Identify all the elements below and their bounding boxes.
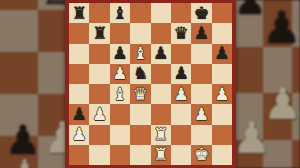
square-c1[interactable]	[110, 145, 130, 165]
square-f2[interactable]	[171, 125, 191, 145]
square-a8[interactable]: ♜	[69, 3, 89, 23]
square-d4[interactable]: ♛	[130, 84, 150, 104]
square-g5[interactable]	[191, 64, 211, 84]
square-d7[interactable]	[130, 23, 150, 43]
board-grid: ♜♝♚♜♛♟♟♝♟♟♟♞♟♝♛♟♟♟♟♟♟♜♜♚	[69, 3, 232, 165]
backdrop-left-shade	[0, 0, 65, 168]
piece-black-king[interactable]: ♚	[194, 4, 209, 21]
square-a5[interactable]	[69, 64, 89, 84]
square-b6[interactable]	[89, 44, 109, 64]
piece-white-pawn[interactable]: ♟	[72, 126, 87, 143]
square-d6[interactable]: ♝	[130, 44, 150, 64]
square-d5[interactable]: ♞	[130, 64, 150, 84]
square-b2[interactable]	[89, 125, 109, 145]
square-g1[interactable]: ♚	[191, 145, 211, 165]
piece-white-king[interactable]: ♚	[194, 146, 209, 163]
square-h4[interactable]: ♟	[212, 84, 232, 104]
square-a4[interactable]	[69, 84, 89, 104]
square-d1[interactable]	[130, 145, 150, 165]
square-d3[interactable]	[130, 104, 150, 124]
square-c6[interactable]: ♟	[110, 44, 130, 64]
piece-black-queen[interactable]: ♛	[173, 24, 188, 41]
square-a7[interactable]	[69, 23, 89, 43]
piece-black-knight[interactable]: ♞	[133, 65, 148, 82]
square-b8[interactable]	[89, 3, 109, 23]
piece-black-bishop[interactable]: ♝	[112, 4, 127, 21]
piece-black-pawn[interactable]: ♟	[194, 24, 209, 41]
piece-black-pawn[interactable]: ♟	[173, 65, 188, 82]
piece-black-pawn[interactable]: ♟	[112, 45, 127, 62]
backdrop-right-shade	[234, 0, 300, 168]
square-b5[interactable]	[89, 64, 109, 84]
piece-white-pawn[interactable]: ♟	[214, 85, 229, 102]
square-a2[interactable]: ♟	[69, 125, 89, 145]
square-c4[interactable]: ♝	[110, 84, 130, 104]
square-g6[interactable]	[191, 44, 211, 64]
square-f4[interactable]: ♟	[171, 84, 191, 104]
square-c5[interactable]: ♟	[110, 64, 130, 84]
piece-black-rook[interactable]: ♜	[72, 4, 87, 21]
square-a3[interactable]: ♟	[69, 104, 89, 124]
square-e3[interactable]	[151, 104, 171, 124]
piece-white-pawn[interactable]: ♟	[194, 105, 209, 122]
square-a6[interactable]	[69, 44, 89, 64]
square-c8[interactable]: ♝	[110, 3, 130, 23]
square-d8[interactable]	[130, 3, 150, 23]
square-h7[interactable]	[212, 23, 232, 43]
piece-black-rook[interactable]: ♜	[92, 24, 107, 41]
square-h1[interactable]	[212, 145, 232, 165]
square-h2[interactable]	[212, 125, 232, 145]
square-g2[interactable]	[191, 125, 211, 145]
square-b7[interactable]: ♜	[89, 23, 109, 43]
square-f8[interactable]	[171, 3, 191, 23]
square-e6[interactable]: ♟	[151, 44, 171, 64]
piece-black-pawn[interactable]: ♟	[214, 45, 229, 62]
square-h6[interactable]: ♟	[212, 44, 232, 64]
square-e4[interactable]	[151, 84, 171, 104]
square-f1[interactable]	[171, 145, 191, 165]
piece-white-rook[interactable]: ♜	[153, 146, 168, 163]
square-e1[interactable]: ♜	[151, 145, 171, 165]
square-f6[interactable]	[171, 44, 191, 64]
backdrop-right-panel: ♟♟♟♟	[234, 0, 300, 168]
square-b3[interactable]: ♟	[89, 104, 109, 124]
square-c2[interactable]	[110, 125, 130, 145]
square-b4[interactable]	[89, 84, 109, 104]
video-frame: ♜♟♟♟ ♟♟♟♟ ♜♝♚♜♛♟♟♝♟♟♟♞♟♝♛♟♟♟♟♟♟♜♜♚	[0, 0, 300, 168]
square-h8[interactable]	[212, 3, 232, 23]
square-g7[interactable]: ♟	[191, 23, 211, 43]
piece-white-rook[interactable]: ♜	[153, 126, 168, 143]
square-g4[interactable]	[191, 84, 211, 104]
square-e5[interactable]	[151, 64, 171, 84]
square-e7[interactable]	[151, 23, 171, 43]
square-f7[interactable]: ♛	[171, 23, 191, 43]
piece-white-pawn[interactable]: ♟	[92, 105, 107, 122]
piece-black-pawn[interactable]: ♟	[153, 45, 168, 62]
square-e8[interactable]	[151, 3, 171, 23]
backdrop-left-panel: ♜♟♟♟	[0, 0, 65, 168]
square-h3[interactable]	[212, 104, 232, 124]
square-h5[interactable]	[212, 64, 232, 84]
piece-white-bishop[interactable]: ♝	[133, 45, 148, 62]
square-c3[interactable]	[110, 104, 130, 124]
square-f3[interactable]	[171, 104, 191, 124]
square-c7[interactable]	[110, 23, 130, 43]
square-a1[interactable]	[69, 145, 89, 165]
square-f5[interactable]: ♟	[171, 64, 191, 84]
piece-white-pawn[interactable]: ♟	[173, 85, 188, 102]
square-d2[interactable]	[130, 125, 150, 145]
chess-board: ♜♝♚♜♛♟♟♝♟♟♟♞♟♝♛♟♟♟♟♟♟♜♜♚	[65, 0, 236, 168]
piece-white-bishop[interactable]: ♝	[112, 85, 127, 102]
piece-black-pawn[interactable]: ♟	[72, 105, 87, 122]
piece-white-pawn[interactable]: ♟	[112, 65, 127, 82]
square-g8[interactable]: ♚	[191, 3, 211, 23]
square-g3[interactable]: ♟	[191, 104, 211, 124]
square-e2[interactable]: ♜	[151, 125, 171, 145]
square-b1[interactable]	[89, 145, 109, 165]
piece-white-queen[interactable]: ♛	[133, 85, 148, 102]
